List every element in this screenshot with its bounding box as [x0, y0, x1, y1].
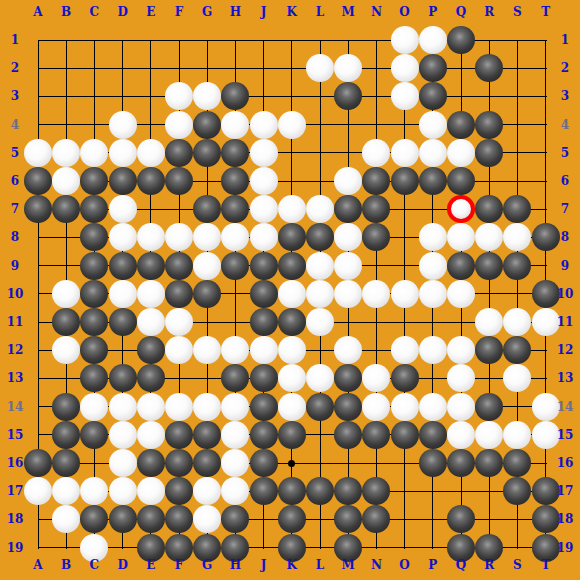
stone-white-b12[interactable]: [52, 336, 80, 364]
stone-white-e5[interactable]: [137, 139, 165, 167]
coord-label-left-5: 5: [2, 146, 28, 160]
stone-black-p6[interactable]: [419, 167, 447, 195]
stone-black-r9[interactable]: [475, 252, 503, 280]
coord-label-right-15: 15: [552, 428, 578, 442]
coord-label-bottom-d: D: [110, 558, 136, 572]
stone-black-s17[interactable]: [503, 477, 531, 505]
coord-label-right-19: 19: [552, 541, 578, 555]
stone-white-o1[interactable]: [391, 26, 419, 54]
stone-white-d15[interactable]: [109, 421, 137, 449]
coord-label-right-3: 3: [552, 89, 578, 103]
stone-white-p1[interactable]: [419, 26, 447, 54]
stone-white-j12[interactable]: [250, 336, 278, 364]
coord-label-left-4: 4: [2, 118, 28, 132]
stone-black-r12[interactable]: [475, 336, 503, 364]
coord-label-bottom-m: M: [335, 558, 361, 572]
stone-white-d8[interactable]: [109, 223, 137, 251]
stone-black-f18[interactable]: [165, 505, 193, 533]
coord-label-left-2: 2: [2, 61, 28, 75]
stone-black-c13[interactable]: [80, 364, 108, 392]
stone-black-h9[interactable]: [221, 252, 249, 280]
stone-white-k13[interactable]: [278, 364, 306, 392]
coord-label-left-13: 13: [2, 371, 28, 385]
stone-white-k4[interactable]: [278, 111, 306, 139]
stone-white-p5[interactable]: [419, 139, 447, 167]
stone-white-j4[interactable]: [250, 111, 278, 139]
stone-black-h6[interactable]: [221, 167, 249, 195]
stone-white-s15[interactable]: [503, 421, 531, 449]
stone-white-o12[interactable]: [391, 336, 419, 364]
stone-black-f9[interactable]: [165, 252, 193, 280]
stone-black-q16[interactable]: [447, 449, 475, 477]
coord-label-top-h: H: [222, 5, 248, 19]
coord-label-bottom-f: F: [166, 558, 192, 572]
stone-white-j5[interactable]: [250, 139, 278, 167]
stone-white-d4[interactable]: [109, 111, 137, 139]
stone-black-q4[interactable]: [447, 111, 475, 139]
stone-black-c15[interactable]: [80, 421, 108, 449]
stone-white-p14[interactable]: [419, 393, 447, 421]
stone-black-j15[interactable]: [250, 421, 278, 449]
stone-white-m9[interactable]: [334, 252, 362, 280]
stone-black-l17[interactable]: [306, 477, 334, 505]
coord-label-left-1: 1: [2, 33, 28, 47]
stone-white-l2[interactable]: [306, 54, 334, 82]
coord-label-top-m: M: [335, 5, 361, 19]
coord-label-left-8: 8: [2, 230, 28, 244]
stone-white-f3[interactable]: [165, 82, 193, 110]
stone-white-o14[interactable]: [391, 393, 419, 421]
stone-white-c17[interactable]: [80, 477, 108, 505]
stone-black-f10[interactable]: [165, 280, 193, 308]
coord-label-right-2: 2: [552, 61, 578, 75]
coord-label-right-9: 9: [552, 259, 578, 273]
coord-label-bottom-p: P: [420, 558, 446, 572]
stone-white-r8[interactable]: [475, 223, 503, 251]
stone-white-s13[interactable]: [503, 364, 531, 392]
stone-black-j13[interactable]: [250, 364, 278, 392]
coord-label-right-12: 12: [552, 343, 578, 357]
stone-black-n15[interactable]: [362, 421, 390, 449]
stone-white-l7[interactable]: [306, 195, 334, 223]
coord-label-bottom-t: T: [533, 558, 559, 572]
stone-white-n13[interactable]: [362, 364, 390, 392]
coord-label-top-q: Q: [448, 5, 474, 19]
coord-label-top-j: J: [251, 5, 277, 19]
coord-label-right-17: 17: [552, 484, 578, 498]
grid-line-horizontal-3: [38, 96, 547, 97]
stone-white-m6[interactable]: [334, 167, 362, 195]
stone-black-r2[interactable]: [475, 54, 503, 82]
stone-white-k10[interactable]: [278, 280, 306, 308]
stone-white-p4[interactable]: [419, 111, 447, 139]
stone-white-q15[interactable]: [447, 421, 475, 449]
stone-black-q1[interactable]: [447, 26, 475, 54]
stone-white-h17[interactable]: [221, 477, 249, 505]
stone-white-q10[interactable]: [447, 280, 475, 308]
stone-white-e11[interactable]: [137, 308, 165, 336]
stone-black-s12[interactable]: [503, 336, 531, 364]
stone-white-q12[interactable]: [447, 336, 475, 364]
stone-black-c10[interactable]: [80, 280, 108, 308]
stone-black-f5[interactable]: [165, 139, 193, 167]
stone-black-r14[interactable]: [475, 393, 503, 421]
stone-white-q7-last-move-red-circle[interactable]: [447, 195, 475, 223]
stone-black-h7[interactable]: [221, 195, 249, 223]
stone-black-f6[interactable]: [165, 167, 193, 195]
stone-black-e13[interactable]: [137, 364, 165, 392]
stone-white-q13[interactable]: [447, 364, 475, 392]
stone-white-d17[interactable]: [109, 477, 137, 505]
coord-label-right-7: 7: [552, 202, 578, 216]
stone-black-b7[interactable]: [52, 195, 80, 223]
stone-white-e17[interactable]: [137, 477, 165, 505]
stone-white-e8[interactable]: [137, 223, 165, 251]
coord-label-right-1: 1: [552, 33, 578, 47]
stone-black-n17[interactable]: [362, 477, 390, 505]
coord-label-right-5: 5: [552, 146, 578, 160]
stone-white-m2[interactable]: [334, 54, 362, 82]
stone-white-h15[interactable]: [221, 421, 249, 449]
stone-white-c5[interactable]: [80, 139, 108, 167]
coord-label-right-16: 16: [552, 456, 578, 470]
stone-black-m3[interactable]: [334, 82, 362, 110]
coord-label-left-19: 19: [2, 541, 28, 555]
stone-black-f15[interactable]: [165, 421, 193, 449]
coord-label-top-r: R: [476, 5, 502, 19]
coord-label-bottom-g: G: [194, 558, 220, 572]
stone-white-n5[interactable]: [362, 139, 390, 167]
stone-white-f14[interactable]: [165, 393, 193, 421]
stone-black-g16[interactable]: [193, 449, 221, 477]
coord-label-right-10: 10: [552, 287, 578, 301]
stone-white-e14[interactable]: [137, 393, 165, 421]
stone-white-q8[interactable]: [447, 223, 475, 251]
stone-black-o15[interactable]: [391, 421, 419, 449]
stone-black-j17[interactable]: [250, 477, 278, 505]
stone-black-m7[interactable]: [334, 195, 362, 223]
stone-black-c7[interactable]: [80, 195, 108, 223]
stone-black-q18[interactable]: [447, 505, 475, 533]
stone-black-n8[interactable]: [362, 223, 390, 251]
stone-black-d18[interactable]: [109, 505, 137, 533]
stone-black-m13[interactable]: [334, 364, 362, 392]
stone-black-h18[interactable]: [221, 505, 249, 533]
coord-label-bottom-b: B: [53, 558, 79, 572]
stone-black-n6[interactable]: [362, 167, 390, 195]
coord-label-top-p: P: [420, 5, 446, 19]
stone-black-m15[interactable]: [334, 421, 362, 449]
stone-white-l10[interactable]: [306, 280, 334, 308]
stone-black-a7[interactable]: [24, 195, 52, 223]
stone-black-g10[interactable]: [193, 280, 221, 308]
coord-label-bottom-h: H: [222, 558, 248, 572]
coord-label-top-b: B: [53, 5, 79, 19]
stone-black-b11[interactable]: [52, 308, 80, 336]
stone-white-f8[interactable]: [165, 223, 193, 251]
stone-black-h5[interactable]: [221, 139, 249, 167]
stone-white-p8[interactable]: [419, 223, 447, 251]
coord-label-left-9: 9: [2, 259, 28, 273]
stone-white-s11[interactable]: [503, 308, 531, 336]
coord-label-left-10: 10: [2, 287, 28, 301]
coord-label-top-a: A: [25, 5, 51, 19]
stone-white-h16[interactable]: [221, 449, 249, 477]
stone-white-p10[interactable]: [419, 280, 447, 308]
stone-black-o6[interactable]: [391, 167, 419, 195]
coord-label-right-4: 4: [552, 118, 578, 132]
coord-label-top-k: K: [279, 5, 305, 19]
stone-black-d6[interactable]: [109, 167, 137, 195]
stone-black-d11[interactable]: [109, 308, 137, 336]
coord-label-right-8: 8: [552, 230, 578, 244]
coord-label-bottom-k: K: [279, 558, 305, 572]
stone-black-m14[interactable]: [334, 393, 362, 421]
stone-black-c18[interactable]: [80, 505, 108, 533]
stone-black-j14[interactable]: [250, 393, 278, 421]
stone-black-o13[interactable]: [391, 364, 419, 392]
coord-label-top-e: E: [138, 5, 164, 19]
stone-black-q9[interactable]: [447, 252, 475, 280]
stone-black-e18[interactable]: [137, 505, 165, 533]
stone-black-c12[interactable]: [80, 336, 108, 364]
stone-black-n18[interactable]: [362, 505, 390, 533]
coord-label-left-12: 12: [2, 343, 28, 357]
coord-label-left-6: 6: [2, 174, 28, 188]
stone-black-j9[interactable]: [250, 252, 278, 280]
stone-white-b18[interactable]: [52, 505, 80, 533]
stone-white-o10[interactable]: [391, 280, 419, 308]
stone-white-h12[interactable]: [221, 336, 249, 364]
stone-white-k12[interactable]: [278, 336, 306, 364]
coord-label-top-l: L: [307, 5, 333, 19]
stone-white-g18[interactable]: [193, 505, 221, 533]
stone-black-c6[interactable]: [80, 167, 108, 195]
stone-white-n10[interactable]: [362, 280, 390, 308]
stone-black-f17[interactable]: [165, 477, 193, 505]
coord-label-right-14: 14: [552, 400, 578, 414]
stone-white-g9[interactable]: [193, 252, 221, 280]
coord-label-bottom-c: C: [81, 558, 107, 572]
coord-label-right-18: 18: [552, 512, 578, 526]
stone-white-q5[interactable]: [447, 139, 475, 167]
stone-black-e9[interactable]: [137, 252, 165, 280]
coord-label-bottom-s: S: [504, 558, 530, 572]
stone-white-b5[interactable]: [52, 139, 80, 167]
coord-label-top-s: S: [504, 5, 530, 19]
stone-black-h13[interactable]: [221, 364, 249, 392]
stone-white-h14[interactable]: [221, 393, 249, 421]
stone-white-g17[interactable]: [193, 477, 221, 505]
stone-black-s16[interactable]: [503, 449, 531, 477]
stone-white-d14[interactable]: [109, 393, 137, 421]
stone-white-l11[interactable]: [306, 308, 334, 336]
coord-label-right-6: 6: [552, 174, 578, 188]
stone-white-g12[interactable]: [193, 336, 221, 364]
stone-black-k17[interactable]: [278, 477, 306, 505]
stone-black-k11[interactable]: [278, 308, 306, 336]
coord-label-right-11: 11: [552, 315, 578, 329]
stone-black-g7[interactable]: [193, 195, 221, 223]
stone-black-r5[interactable]: [475, 139, 503, 167]
stone-white-b6[interactable]: [52, 167, 80, 195]
stone-black-q6[interactable]: [447, 167, 475, 195]
stone-black-n7[interactable]: [362, 195, 390, 223]
coord-label-bottom-e: E: [138, 558, 164, 572]
coord-label-right-13: 13: [552, 371, 578, 385]
stone-white-d5[interactable]: [109, 139, 137, 167]
stone-white-f12[interactable]: [165, 336, 193, 364]
coord-label-top-f: F: [166, 5, 192, 19]
stone-white-m12[interactable]: [334, 336, 362, 364]
stone-white-p9[interactable]: [419, 252, 447, 280]
stone-white-j7[interactable]: [250, 195, 278, 223]
stone-white-d7[interactable]: [109, 195, 137, 223]
stone-black-e12[interactable]: [137, 336, 165, 364]
stone-black-h3[interactable]: [221, 82, 249, 110]
stone-black-k18[interactable]: [278, 505, 306, 533]
stone-black-f16[interactable]: [165, 449, 193, 477]
stone-black-r7[interactable]: [475, 195, 503, 223]
stone-black-a16[interactable]: [24, 449, 52, 477]
coord-label-bottom-r: R: [476, 558, 502, 572]
stone-black-l14[interactable]: [306, 393, 334, 421]
coord-label-left-11: 11: [2, 315, 28, 329]
stone-white-o3[interactable]: [391, 82, 419, 110]
stone-white-o2[interactable]: [391, 54, 419, 82]
stone-black-s7[interactable]: [503, 195, 531, 223]
coord-label-top-g: G: [194, 5, 220, 19]
stone-white-g14[interactable]: [193, 393, 221, 421]
stone-black-k15[interactable]: [278, 421, 306, 449]
stone-white-d16[interactable]: [109, 449, 137, 477]
stone-black-p16[interactable]: [419, 449, 447, 477]
stone-black-c9[interactable]: [80, 252, 108, 280]
coord-label-left-3: 3: [2, 89, 28, 103]
stone-black-p2[interactable]: [419, 54, 447, 82]
stone-black-b16[interactable]: [52, 449, 80, 477]
stone-white-a17[interactable]: [24, 477, 52, 505]
stone-black-c11[interactable]: [80, 308, 108, 336]
stone-black-k9[interactable]: [278, 252, 306, 280]
stone-white-q14[interactable]: [447, 393, 475, 421]
coord-label-bottom-j: J: [251, 558, 277, 572]
stone-black-g5[interactable]: [193, 139, 221, 167]
stone-white-j6[interactable]: [250, 167, 278, 195]
stone-black-j16[interactable]: [250, 449, 278, 477]
coord-label-left-14: 14: [2, 400, 28, 414]
stone-black-a6[interactable]: [24, 167, 52, 195]
coord-label-top-n: N: [363, 5, 389, 19]
stone-black-r16[interactable]: [475, 449, 503, 477]
stone-white-o5[interactable]: [391, 139, 419, 167]
stone-white-e15[interactable]: [137, 421, 165, 449]
stone-black-p3[interactable]: [419, 82, 447, 110]
stone-black-j10[interactable]: [250, 280, 278, 308]
coord-label-left-18: 18: [2, 512, 28, 526]
coord-label-bottom-o: O: [392, 558, 418, 572]
coord-label-left-17: 17: [2, 484, 28, 498]
grid-line-horizontal-2: [38, 68, 547, 69]
stone-black-b14[interactable]: [52, 393, 80, 421]
stone-white-m10[interactable]: [334, 280, 362, 308]
coord-label-top-d: D: [110, 5, 136, 19]
stone-black-s9[interactable]: [503, 252, 531, 280]
stone-black-r4[interactable]: [475, 111, 503, 139]
coord-label-top-o: O: [392, 5, 418, 19]
stone-white-j8[interactable]: [250, 223, 278, 251]
stone-white-p12[interactable]: [419, 336, 447, 364]
stone-black-m17[interactable]: [334, 477, 362, 505]
stone-white-a5[interactable]: [24, 139, 52, 167]
stone-white-n14[interactable]: [362, 393, 390, 421]
stone-white-f4[interactable]: [165, 111, 193, 139]
coord-label-bottom-l: L: [307, 558, 333, 572]
stone-black-d9[interactable]: [109, 252, 137, 280]
stone-white-h4[interactable]: [221, 111, 249, 139]
stone-black-c8[interactable]: [80, 223, 108, 251]
coord-label-top-c: C: [81, 5, 107, 19]
coord-label-top-t: T: [533, 5, 559, 19]
stone-black-k8[interactable]: [278, 223, 306, 251]
stone-black-p15[interactable]: [419, 421, 447, 449]
coord-label-bottom-n: N: [363, 558, 389, 572]
stone-white-s8[interactable]: [503, 223, 531, 251]
stone-white-r11[interactable]: [475, 308, 503, 336]
stone-white-e10[interactable]: [137, 280, 165, 308]
stone-white-l13[interactable]: [306, 364, 334, 392]
coord-label-left-15: 15: [2, 428, 28, 442]
stone-white-m8[interactable]: [334, 223, 362, 251]
coord-label-bottom-a: A: [25, 558, 51, 572]
stone-black-g4[interactable]: [193, 111, 221, 139]
coord-label-bottom-q: Q: [448, 558, 474, 572]
stone-white-r15[interactable]: [475, 421, 503, 449]
stone-white-k7[interactable]: [278, 195, 306, 223]
stone-white-d10[interactable]: [109, 280, 137, 308]
coord-label-left-16: 16: [2, 456, 28, 470]
stone-black-e6[interactable]: [137, 167, 165, 195]
stone-white-l9[interactable]: [306, 252, 334, 280]
stone-black-j11[interactable]: [250, 308, 278, 336]
stone-white-g8[interactable]: [193, 223, 221, 251]
stone-white-k14[interactable]: [278, 393, 306, 421]
stone-black-e16[interactable]: [137, 449, 165, 477]
goban: AABBCCDDEEFFGGHHJJKKLLMMNNOOPPQQRRSSTT11…: [0, 0, 580, 580]
stone-white-c14[interactable]: [80, 393, 108, 421]
coord-label-left-7: 7: [2, 202, 28, 216]
stone-white-b10[interactable]: [52, 280, 80, 308]
stone-white-h8[interactable]: [221, 223, 249, 251]
stone-black-l8[interactable]: [306, 223, 334, 251]
stone-white-g3[interactable]: [193, 82, 221, 110]
stone-white-b17[interactable]: [52, 477, 80, 505]
stone-black-d13[interactable]: [109, 364, 137, 392]
stone-white-f11[interactable]: [165, 308, 193, 336]
star-point-k16: [288, 460, 295, 467]
stone-black-b15[interactable]: [52, 421, 80, 449]
stone-black-g15[interactable]: [193, 421, 221, 449]
stone-black-m18[interactable]: [334, 505, 362, 533]
